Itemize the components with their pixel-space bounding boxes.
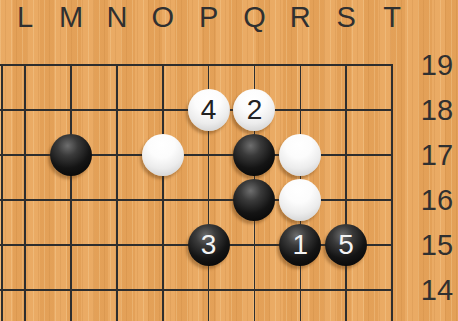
column-label-M: M (59, 3, 83, 32)
grid-line-vertical-L (24, 65, 26, 321)
grid-line-horizontal-16 (0, 199, 393, 201)
grid-line-vertical-M (70, 65, 72, 321)
stone-S15: 5 (325, 224, 367, 266)
column-label-P: P (199, 3, 218, 32)
stone-R17 (279, 134, 321, 176)
row-label-19: 19 (421, 51, 453, 80)
column-label-O: O (151, 3, 174, 32)
column-label-L: L (17, 3, 33, 32)
stone-M17 (50, 134, 92, 176)
grid-line-vertical-N (116, 65, 118, 321)
grid-line-horizontal-14 (0, 289, 393, 291)
stone-Q18: 2 (233, 89, 275, 131)
row-label-14: 14 (421, 276, 453, 305)
stone-move-number-Q18: 2 (247, 96, 263, 125)
stone-Q16 (233, 179, 275, 221)
stone-O17 (142, 134, 184, 176)
grid-line-vertical-O (162, 65, 164, 321)
stone-R15: 1 (279, 224, 321, 266)
column-label-Q: Q (243, 3, 266, 32)
grid-line-vertical-S (345, 65, 347, 321)
grid-line-vertical-T (391, 65, 393, 321)
stone-Q17 (233, 134, 275, 176)
stone-R16 (279, 179, 321, 221)
stone-move-number-P18: 4 (201, 96, 217, 125)
grid-line-horizontal-19 (0, 64, 393, 66)
row-label-16: 16 (421, 186, 453, 215)
column-label-S: S (336, 3, 355, 32)
stone-P18: 4 (188, 89, 230, 131)
row-label-17: 17 (421, 141, 453, 170)
column-label-T: T (383, 3, 401, 32)
stone-P15: 3 (188, 224, 230, 266)
stone-move-number-P15: 3 (201, 231, 217, 260)
grid-line-vertical-edge (1, 65, 3, 321)
column-label-R: R (290, 3, 311, 32)
go-board-screenshot: LMNOPQRST 191817161514 42315 (0, 0, 458, 321)
row-label-15: 15 (421, 231, 453, 260)
stone-move-number-S15: 5 (338, 231, 354, 260)
stone-move-number-R15: 1 (293, 231, 309, 260)
go-board[interactable]: LMNOPQRST 191817161514 42315 (0, 0, 458, 321)
column-label-N: N (106, 3, 127, 32)
row-label-18: 18 (421, 96, 453, 125)
